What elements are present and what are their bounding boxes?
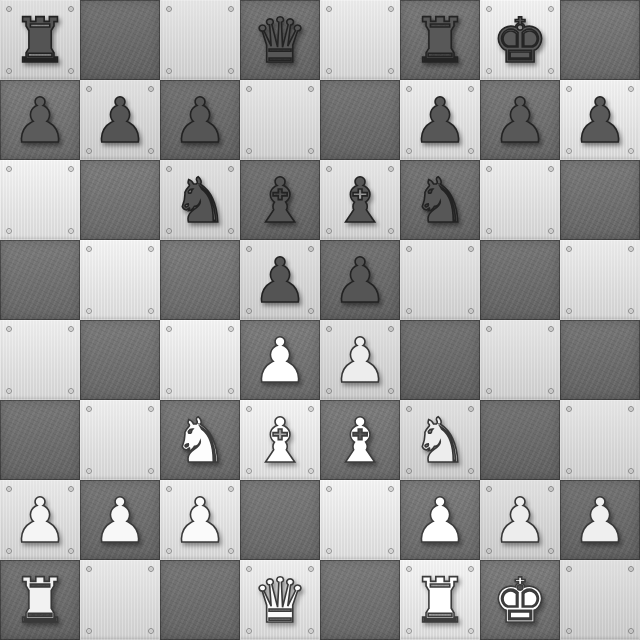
square-e8[interactable] bbox=[320, 0, 400, 80]
piece-black-pawn[interactable]: ♟ bbox=[240, 240, 320, 320]
square-e5[interactable]: ♟ bbox=[320, 240, 400, 320]
square-d8[interactable]: ♛ bbox=[240, 0, 320, 80]
chess-board: ♜♛♜♚♟♟♟♟♟♟♞♝♝♞♟♟♟♟♞♝♝♞♟♟♟♟♟♟♜♛♜♚ bbox=[0, 0, 640, 640]
piece-black-pawn[interactable]: ♟ bbox=[560, 80, 640, 160]
square-f7[interactable]: ♟ bbox=[400, 80, 480, 160]
square-c7[interactable]: ♟ bbox=[160, 80, 240, 160]
square-a4[interactable] bbox=[0, 320, 80, 400]
piece-black-rook[interactable]: ♜ bbox=[0, 0, 80, 80]
square-d7[interactable] bbox=[240, 80, 320, 160]
square-g5[interactable] bbox=[480, 240, 560, 320]
piece-white-knight[interactable]: ♞ bbox=[400, 400, 480, 480]
piece-black-queen[interactable]: ♛ bbox=[240, 0, 320, 80]
square-a6[interactable] bbox=[0, 160, 80, 240]
square-d2[interactable] bbox=[240, 480, 320, 560]
piece-black-pawn[interactable]: ♟ bbox=[400, 80, 480, 160]
square-f3[interactable]: ♞ bbox=[400, 400, 480, 480]
square-h3[interactable] bbox=[560, 400, 640, 480]
piece-black-king[interactable]: ♚ bbox=[480, 0, 560, 80]
square-f4[interactable] bbox=[400, 320, 480, 400]
square-a2[interactable]: ♟ bbox=[0, 480, 80, 560]
square-h4[interactable] bbox=[560, 320, 640, 400]
piece-white-pawn[interactable]: ♟ bbox=[400, 480, 480, 560]
square-g3[interactable] bbox=[480, 400, 560, 480]
piece-black-bishop[interactable]: ♝ bbox=[320, 160, 400, 240]
square-b5[interactable] bbox=[80, 240, 160, 320]
square-c3[interactable]: ♞ bbox=[160, 400, 240, 480]
square-c6[interactable]: ♞ bbox=[160, 160, 240, 240]
square-f6[interactable]: ♞ bbox=[400, 160, 480, 240]
square-h1[interactable] bbox=[560, 560, 640, 640]
square-d1[interactable]: ♛ bbox=[240, 560, 320, 640]
piece-black-pawn[interactable]: ♟ bbox=[0, 80, 80, 160]
piece-white-bishop[interactable]: ♝ bbox=[240, 400, 320, 480]
square-d4[interactable]: ♟ bbox=[240, 320, 320, 400]
piece-white-pawn[interactable]: ♟ bbox=[560, 480, 640, 560]
square-c4[interactable] bbox=[160, 320, 240, 400]
square-e7[interactable] bbox=[320, 80, 400, 160]
square-a7[interactable]: ♟ bbox=[0, 80, 80, 160]
square-a3[interactable] bbox=[0, 400, 80, 480]
square-d5[interactable]: ♟ bbox=[240, 240, 320, 320]
piece-white-queen[interactable]: ♛ bbox=[240, 560, 320, 640]
piece-white-pawn[interactable]: ♟ bbox=[0, 480, 80, 560]
piece-white-pawn[interactable]: ♟ bbox=[80, 480, 160, 560]
piece-white-pawn[interactable]: ♟ bbox=[240, 320, 320, 400]
square-d6[interactable]: ♝ bbox=[240, 160, 320, 240]
square-e1[interactable] bbox=[320, 560, 400, 640]
square-a1[interactable]: ♜ bbox=[0, 560, 80, 640]
piece-white-rook[interactable]: ♜ bbox=[400, 560, 480, 640]
square-f2[interactable]: ♟ bbox=[400, 480, 480, 560]
square-g2[interactable]: ♟ bbox=[480, 480, 560, 560]
square-c1[interactable] bbox=[160, 560, 240, 640]
piece-white-bishop[interactable]: ♝ bbox=[320, 400, 400, 480]
square-b1[interactable] bbox=[80, 560, 160, 640]
square-f1[interactable]: ♜ bbox=[400, 560, 480, 640]
square-h2[interactable]: ♟ bbox=[560, 480, 640, 560]
piece-black-pawn[interactable]: ♟ bbox=[320, 240, 400, 320]
square-g6[interactable] bbox=[480, 160, 560, 240]
square-f5[interactable] bbox=[400, 240, 480, 320]
square-d3[interactable]: ♝ bbox=[240, 400, 320, 480]
square-f8[interactable]: ♜ bbox=[400, 0, 480, 80]
piece-black-bishop[interactable]: ♝ bbox=[240, 160, 320, 240]
square-c8[interactable] bbox=[160, 0, 240, 80]
piece-black-knight[interactable]: ♞ bbox=[400, 160, 480, 240]
square-h7[interactable]: ♟ bbox=[560, 80, 640, 160]
square-b3[interactable] bbox=[80, 400, 160, 480]
square-h6[interactable] bbox=[560, 160, 640, 240]
square-g4[interactable] bbox=[480, 320, 560, 400]
square-c2[interactable]: ♟ bbox=[160, 480, 240, 560]
piece-white-pawn[interactable]: ♟ bbox=[160, 480, 240, 560]
piece-white-pawn[interactable]: ♟ bbox=[320, 320, 400, 400]
square-g7[interactable]: ♟ bbox=[480, 80, 560, 160]
piece-black-pawn[interactable]: ♟ bbox=[80, 80, 160, 160]
piece-black-knight[interactable]: ♞ bbox=[160, 160, 240, 240]
piece-black-pawn[interactable]: ♟ bbox=[480, 80, 560, 160]
square-h5[interactable] bbox=[560, 240, 640, 320]
piece-white-rook[interactable]: ♜ bbox=[0, 560, 80, 640]
square-a5[interactable] bbox=[0, 240, 80, 320]
square-h8[interactable] bbox=[560, 0, 640, 80]
square-b7[interactable]: ♟ bbox=[80, 80, 160, 160]
piece-white-pawn[interactable]: ♟ bbox=[480, 480, 560, 560]
square-e4[interactable]: ♟ bbox=[320, 320, 400, 400]
square-e2[interactable] bbox=[320, 480, 400, 560]
square-g8[interactable]: ♚ bbox=[480, 0, 560, 80]
square-b8[interactable] bbox=[80, 0, 160, 80]
square-c5[interactable] bbox=[160, 240, 240, 320]
square-g1[interactable]: ♚ bbox=[480, 560, 560, 640]
square-b2[interactable]: ♟ bbox=[80, 480, 160, 560]
square-b4[interactable] bbox=[80, 320, 160, 400]
piece-white-knight[interactable]: ♞ bbox=[160, 400, 240, 480]
piece-black-pawn[interactable]: ♟ bbox=[160, 80, 240, 160]
square-e6[interactable]: ♝ bbox=[320, 160, 400, 240]
square-e3[interactable]: ♝ bbox=[320, 400, 400, 480]
square-a8[interactable]: ♜ bbox=[0, 0, 80, 80]
piece-black-rook[interactable]: ♜ bbox=[400, 0, 480, 80]
piece-white-king[interactable]: ♚ bbox=[480, 560, 560, 640]
square-b6[interactable] bbox=[80, 160, 160, 240]
